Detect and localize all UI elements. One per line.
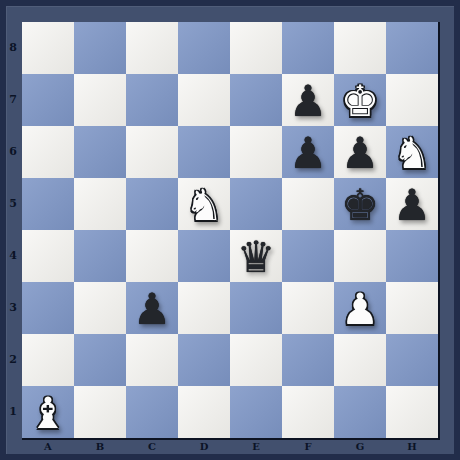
piece-black-pawn[interactable]: ♟ [282, 126, 334, 178]
square-h1[interactable] [386, 386, 438, 438]
square-h3[interactable] [386, 282, 438, 334]
square-c7[interactable] [126, 74, 178, 126]
square-b4[interactable] [74, 230, 126, 282]
file-labels: ABCDEFGH [22, 440, 438, 454]
square-f4[interactable] [282, 230, 334, 282]
square-e1[interactable] [230, 386, 282, 438]
square-d5[interactable]: ♞ [178, 178, 230, 230]
piece-white-king[interactable]: ♚ [334, 74, 386, 126]
square-a8[interactable] [22, 22, 74, 74]
file-label-b: B [74, 440, 126, 454]
rank-label-7: 7 [5, 74, 21, 126]
square-d6[interactable] [178, 126, 230, 178]
square-e8[interactable] [230, 22, 282, 74]
rank-label-8: 8 [5, 22, 21, 74]
piece-white-knight[interactable]: ♞ [386, 126, 438, 178]
square-e7[interactable] [230, 74, 282, 126]
square-f1[interactable] [282, 386, 334, 438]
piece-black-king[interactable]: ♚ [334, 178, 386, 230]
square-g1[interactable] [334, 386, 386, 438]
square-c8[interactable] [126, 22, 178, 74]
square-f5[interactable] [282, 178, 334, 230]
chess-board: ♟♚♟♟♞♞♚♟♛♟♟♝ [22, 22, 440, 440]
square-e4[interactable]: ♛ [230, 230, 282, 282]
rank-label-6: 6 [5, 126, 21, 178]
piece-black-pawn[interactable]: ♟ [386, 178, 438, 230]
square-c6[interactable] [126, 126, 178, 178]
square-b8[interactable] [74, 22, 126, 74]
square-f7[interactable]: ♟ [282, 74, 334, 126]
square-b2[interactable] [74, 334, 126, 386]
square-h5[interactable]: ♟ [386, 178, 438, 230]
square-e6[interactable] [230, 126, 282, 178]
square-c3[interactable]: ♟ [126, 282, 178, 334]
square-h6[interactable]: ♞ [386, 126, 438, 178]
square-a6[interactable] [22, 126, 74, 178]
square-f8[interactable] [282, 22, 334, 74]
rank-label-4: 4 [5, 230, 21, 282]
file-label-c: C [126, 440, 178, 454]
square-a3[interactable] [22, 282, 74, 334]
square-a1[interactable]: ♝ [22, 386, 74, 438]
square-h4[interactable] [386, 230, 438, 282]
square-d1[interactable] [178, 386, 230, 438]
square-c1[interactable] [126, 386, 178, 438]
file-label-h: H [386, 440, 438, 454]
square-b3[interactable] [74, 282, 126, 334]
square-g6[interactable]: ♟ [334, 126, 386, 178]
square-d2[interactable] [178, 334, 230, 386]
square-g8[interactable] [334, 22, 386, 74]
square-g7[interactable]: ♚ [334, 74, 386, 126]
rank-label-5: 5 [5, 178, 21, 230]
square-d8[interactable] [178, 22, 230, 74]
square-d3[interactable] [178, 282, 230, 334]
square-a4[interactable] [22, 230, 74, 282]
square-d7[interactable] [178, 74, 230, 126]
square-g3[interactable]: ♟ [334, 282, 386, 334]
square-f2[interactable] [282, 334, 334, 386]
piece-white-pawn[interactable]: ♟ [334, 282, 386, 334]
square-c2[interactable] [126, 334, 178, 386]
square-g4[interactable] [334, 230, 386, 282]
square-e3[interactable] [230, 282, 282, 334]
rank-label-2: 2 [5, 334, 21, 386]
square-d4[interactable] [178, 230, 230, 282]
square-h2[interactable] [386, 334, 438, 386]
square-c4[interactable] [126, 230, 178, 282]
file-label-e: E [230, 440, 282, 454]
square-b6[interactable] [74, 126, 126, 178]
file-label-a: A [22, 440, 74, 454]
file-label-d: D [178, 440, 230, 454]
square-a7[interactable] [22, 74, 74, 126]
square-b5[interactable] [74, 178, 126, 230]
file-label-g: G [334, 440, 386, 454]
piece-white-bishop[interactable]: ♝ [22, 386, 74, 438]
piece-black-pawn[interactable]: ♟ [282, 74, 334, 126]
square-c5[interactable] [126, 178, 178, 230]
square-a5[interactable] [22, 178, 74, 230]
square-e5[interactable] [230, 178, 282, 230]
piece-black-queen[interactable]: ♛ [230, 230, 282, 282]
square-f6[interactable]: ♟ [282, 126, 334, 178]
chess-app-window: 87654321 ABCDEFGH ♟♚♟♟♞♞♚♟♛♟♟♝ [0, 0, 460, 460]
piece-black-pawn[interactable]: ♟ [334, 126, 386, 178]
square-h7[interactable] [386, 74, 438, 126]
rank-label-1: 1 [5, 386, 21, 438]
square-a2[interactable] [22, 334, 74, 386]
square-f3[interactable] [282, 282, 334, 334]
piece-black-pawn[interactable]: ♟ [126, 282, 178, 334]
square-b1[interactable] [74, 386, 126, 438]
rank-label-3: 3 [5, 282, 21, 334]
square-g2[interactable] [334, 334, 386, 386]
file-label-f: F [282, 440, 334, 454]
square-e2[interactable] [230, 334, 282, 386]
square-g5[interactable]: ♚ [334, 178, 386, 230]
square-b7[interactable] [74, 74, 126, 126]
square-h8[interactable] [386, 22, 438, 74]
piece-white-knight[interactable]: ♞ [178, 178, 230, 230]
rank-labels: 87654321 [5, 22, 21, 438]
